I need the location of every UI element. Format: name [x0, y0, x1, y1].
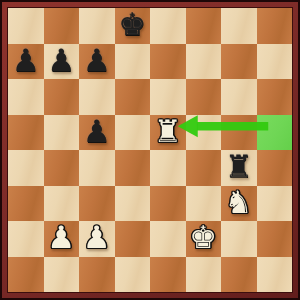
square-f5[interactable] — [186, 115, 222, 151]
square-f4[interactable] — [186, 150, 222, 186]
square-c8[interactable] — [79, 8, 115, 44]
square-d6[interactable] — [115, 79, 151, 115]
square-d1[interactable] — [115, 257, 151, 293]
square-b6[interactable] — [44, 79, 80, 115]
square-e5[interactable]: ♜ — [150, 115, 186, 151]
square-f2[interactable]: ♚ — [186, 221, 222, 257]
square-a6[interactable] — [8, 79, 44, 115]
square-d4[interactable] — [115, 150, 151, 186]
square-c3[interactable] — [79, 186, 115, 222]
white-pawn-c2[interactable]: ♟ — [83, 222, 111, 253]
square-h1[interactable] — [257, 257, 293, 293]
square-c4[interactable] — [79, 150, 115, 186]
square-h3[interactable] — [257, 186, 293, 222]
square-g3[interactable]: ♞ — [221, 186, 257, 222]
black-rook-g4[interactable]: ♜ — [225, 151, 253, 182]
square-a3[interactable] — [8, 186, 44, 222]
square-a4[interactable] — [8, 150, 44, 186]
square-d2[interactable] — [115, 221, 151, 257]
black-pawn-c7[interactable]: ♟ — [83, 45, 111, 76]
square-g4[interactable]: ♜ — [221, 150, 257, 186]
square-d5[interactable] — [115, 115, 151, 151]
black-king-d8[interactable]: ♚ — [118, 9, 146, 40]
square-h8[interactable] — [257, 8, 293, 44]
square-d3[interactable] — [115, 186, 151, 222]
square-g2[interactable] — [221, 221, 257, 257]
chess-board: ♚♟♟♟♟♜♜♞♟♟♚ — [8, 8, 292, 292]
square-c2[interactable]: ♟ — [79, 221, 115, 257]
white-king-f2[interactable]: ♚ — [189, 222, 217, 253]
square-g8[interactable] — [221, 8, 257, 44]
square-c1[interactable] — [79, 257, 115, 293]
square-a1[interactable] — [8, 257, 44, 293]
square-e6[interactable] — [150, 79, 186, 115]
square-b2[interactable]: ♟ — [44, 221, 80, 257]
square-a8[interactable] — [8, 8, 44, 44]
square-f3[interactable] — [186, 186, 222, 222]
square-h4[interactable] — [257, 150, 293, 186]
square-g1[interactable] — [221, 257, 257, 293]
square-c7[interactable]: ♟ — [79, 44, 115, 80]
square-b5[interactable] — [44, 115, 80, 151]
white-rook-e5[interactable]: ♜ — [154, 116, 182, 147]
square-e7[interactable] — [150, 44, 186, 80]
square-g5[interactable] — [221, 115, 257, 151]
square-b8[interactable] — [44, 8, 80, 44]
black-pawn-c5[interactable]: ♟ — [83, 116, 111, 147]
square-b1[interactable] — [44, 257, 80, 293]
square-b7[interactable]: ♟ — [44, 44, 80, 80]
square-h6[interactable] — [257, 79, 293, 115]
square-h5[interactable] — [257, 115, 293, 151]
square-e2[interactable] — [150, 221, 186, 257]
square-f6[interactable] — [186, 79, 222, 115]
white-knight-g3[interactable]: ♞ — [225, 187, 253, 218]
black-pawn-a7[interactable]: ♟ — [12, 45, 40, 76]
square-e1[interactable] — [150, 257, 186, 293]
square-e3[interactable] — [150, 186, 186, 222]
square-e4[interactable] — [150, 150, 186, 186]
square-e8[interactable] — [150, 8, 186, 44]
square-h7[interactable] — [257, 44, 293, 80]
square-a5[interactable] — [8, 115, 44, 151]
square-f7[interactable] — [186, 44, 222, 80]
black-pawn-b7[interactable]: ♟ — [47, 45, 75, 76]
square-f1[interactable] — [186, 257, 222, 293]
board-frame: ♚♟♟♟♟♜♜♞♟♟♚ — [0, 0, 300, 300]
square-f8[interactable] — [186, 8, 222, 44]
square-b3[interactable] — [44, 186, 80, 222]
square-a2[interactable] — [8, 221, 44, 257]
white-pawn-b2[interactable]: ♟ — [47, 222, 75, 253]
square-c6[interactable] — [79, 79, 115, 115]
square-b4[interactable] — [44, 150, 80, 186]
square-a7[interactable]: ♟ — [8, 44, 44, 80]
square-d8[interactable]: ♚ — [115, 8, 151, 44]
square-c5[interactable]: ♟ — [79, 115, 115, 151]
square-h2[interactable] — [257, 221, 293, 257]
square-g6[interactable] — [221, 79, 257, 115]
square-d7[interactable] — [115, 44, 151, 80]
square-g7[interactable] — [221, 44, 257, 80]
